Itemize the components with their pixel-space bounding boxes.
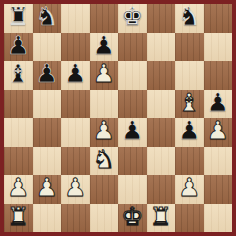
square-h8[interactable] bbox=[204, 4, 233, 33]
black-knight-g8[interactable]: ♞ bbox=[178, 4, 200, 32]
square-f6[interactable] bbox=[147, 61, 176, 90]
square-a4[interactable] bbox=[4, 118, 33, 147]
square-d1[interactable] bbox=[90, 204, 119, 233]
square-b7[interactable] bbox=[33, 33, 62, 62]
square-e4[interactable]: ♟ bbox=[118, 118, 147, 147]
white-rook-f1[interactable]: ♜ bbox=[150, 204, 172, 232]
square-g3[interactable] bbox=[175, 147, 204, 176]
square-h2[interactable] bbox=[204, 175, 233, 204]
white-pawn-g2[interactable]: ♟ bbox=[178, 175, 200, 203]
square-g8[interactable]: ♞ bbox=[175, 4, 204, 33]
square-e3[interactable] bbox=[118, 147, 147, 176]
black-rook-a8[interactable]: ♜ bbox=[7, 4, 29, 32]
black-pawn-b6[interactable]: ♟ bbox=[36, 61, 58, 89]
white-bishop-g5[interactable]: ♝ bbox=[178, 90, 200, 118]
black-pawn-h5[interactable]: ♟ bbox=[207, 90, 229, 118]
square-g5[interactable]: ♝ bbox=[175, 90, 204, 119]
white-rook-a1[interactable]: ♜ bbox=[7, 204, 29, 232]
chess-board: ♜♞♚♞♟♟♝♟♟♟♝♟♟♟♟♟♞♟♟♟♟♜♚♜ bbox=[4, 4, 232, 232]
square-e7[interactable] bbox=[118, 33, 147, 62]
square-c5[interactable] bbox=[61, 90, 90, 119]
black-king-e8[interactable]: ♚ bbox=[121, 4, 143, 32]
board-frame: ♜♞♚♞♟♟♝♟♟♟♝♟♟♟♟♟♞♟♟♟♟♜♚♜ bbox=[0, 0, 236, 236]
white-pawn-d4[interactable]: ♟ bbox=[93, 118, 115, 146]
square-d4[interactable]: ♟ bbox=[90, 118, 119, 147]
square-a7[interactable]: ♟ bbox=[4, 33, 33, 62]
white-pawn-h4[interactable]: ♟ bbox=[207, 118, 229, 146]
square-g4[interactable]: ♟ bbox=[175, 118, 204, 147]
square-a3[interactable] bbox=[4, 147, 33, 176]
square-b8[interactable]: ♞ bbox=[33, 4, 62, 33]
black-pawn-d7[interactable]: ♟ bbox=[93, 33, 115, 61]
square-e6[interactable] bbox=[118, 61, 147, 90]
square-f3[interactable] bbox=[147, 147, 176, 176]
square-d7[interactable]: ♟ bbox=[90, 33, 119, 62]
black-pawn-c6[interactable]: ♟ bbox=[64, 61, 86, 89]
white-pawn-c2[interactable]: ♟ bbox=[64, 175, 86, 203]
square-e1[interactable]: ♚ bbox=[118, 204, 147, 233]
square-a6[interactable]: ♝ bbox=[4, 61, 33, 90]
square-f5[interactable] bbox=[147, 90, 176, 119]
square-c1[interactable] bbox=[61, 204, 90, 233]
square-f1[interactable]: ♜ bbox=[147, 204, 176, 233]
square-a5[interactable] bbox=[4, 90, 33, 119]
square-e8[interactable]: ♚ bbox=[118, 4, 147, 33]
square-e5[interactable] bbox=[118, 90, 147, 119]
square-b4[interactable] bbox=[33, 118, 62, 147]
black-pawn-a7[interactable]: ♟ bbox=[7, 33, 29, 61]
square-f8[interactable] bbox=[147, 4, 176, 33]
white-king-e1[interactable]: ♚ bbox=[121, 204, 143, 232]
white-pawn-d6[interactable]: ♟ bbox=[93, 61, 115, 89]
square-h3[interactable] bbox=[204, 147, 233, 176]
square-b1[interactable] bbox=[33, 204, 62, 233]
square-f4[interactable] bbox=[147, 118, 176, 147]
white-pawn-a2[interactable]: ♟ bbox=[7, 175, 29, 203]
white-knight-d3[interactable]: ♞ bbox=[93, 147, 115, 175]
square-d5[interactable] bbox=[90, 90, 119, 119]
black-pawn-g4[interactable]: ♟ bbox=[178, 118, 200, 146]
square-e2[interactable] bbox=[118, 175, 147, 204]
square-h4[interactable]: ♟ bbox=[204, 118, 233, 147]
square-d6[interactable]: ♟ bbox=[90, 61, 119, 90]
square-b6[interactable]: ♟ bbox=[33, 61, 62, 90]
square-c7[interactable] bbox=[61, 33, 90, 62]
square-b2[interactable]: ♟ bbox=[33, 175, 62, 204]
square-a2[interactable]: ♟ bbox=[4, 175, 33, 204]
square-g7[interactable] bbox=[175, 33, 204, 62]
white-pawn-b2[interactable]: ♟ bbox=[36, 175, 58, 203]
black-knight-b8[interactable]: ♞ bbox=[36, 4, 58, 32]
black-bishop-a6[interactable]: ♝ bbox=[7, 61, 29, 89]
square-c8[interactable] bbox=[61, 4, 90, 33]
chessboard-screenshot: ♜♞♚♞♟♟♝♟♟♟♝♟♟♟♟♟♞♟♟♟♟♜♚♜ bbox=[0, 0, 236, 236]
black-pawn-e4[interactable]: ♟ bbox=[121, 118, 143, 146]
square-c3[interactable] bbox=[61, 147, 90, 176]
square-c2[interactable]: ♟ bbox=[61, 175, 90, 204]
square-f7[interactable] bbox=[147, 33, 176, 62]
square-g6[interactable] bbox=[175, 61, 204, 90]
square-d3[interactable]: ♞ bbox=[90, 147, 119, 176]
square-c6[interactable]: ♟ bbox=[61, 61, 90, 90]
square-h7[interactable] bbox=[204, 33, 233, 62]
square-h5[interactable]: ♟ bbox=[204, 90, 233, 119]
square-c4[interactable] bbox=[61, 118, 90, 147]
square-d8[interactable] bbox=[90, 4, 119, 33]
square-g2[interactable]: ♟ bbox=[175, 175, 204, 204]
square-f2[interactable] bbox=[147, 175, 176, 204]
square-h6[interactable] bbox=[204, 61, 233, 90]
square-a8[interactable]: ♜ bbox=[4, 4, 33, 33]
square-b5[interactable] bbox=[33, 90, 62, 119]
square-h1[interactable] bbox=[204, 204, 233, 233]
square-g1[interactable] bbox=[175, 204, 204, 233]
square-d2[interactable] bbox=[90, 175, 119, 204]
square-b3[interactable] bbox=[33, 147, 62, 176]
square-a1[interactable]: ♜ bbox=[4, 204, 33, 233]
